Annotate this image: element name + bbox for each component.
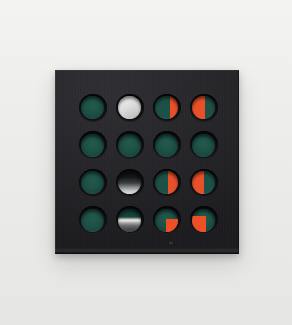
cell-r2c3[interactable]: [153, 131, 181, 159]
disc-wedge-br-r4c3: [155, 209, 178, 232]
disc-teal-r4c1: [81, 209, 104, 232]
signature-mark: [169, 242, 173, 244]
cell-r1c2[interactable]: [116, 94, 144, 122]
cell-r1c4[interactable]: [190, 94, 218, 122]
disc-silver-r1c2: [118, 96, 141, 119]
disc-teal-orange-r3c3: [155, 171, 178, 194]
cell-r1c3[interactable]: [153, 94, 181, 122]
disc-wedge-bl-r4c4: [192, 209, 215, 232]
cell-r4c3[interactable]: [153, 206, 181, 234]
cell-r2c1[interactable]: [79, 131, 107, 159]
cell-r4c1[interactable]: [79, 206, 107, 234]
cell-r3c1[interactable]: [79, 169, 107, 197]
disc-teal-r1c1: [81, 96, 104, 119]
disc-teal-r2c2: [118, 134, 141, 157]
disc-teal-r3c1: [81, 171, 104, 194]
disc-band-r4c2: [118, 209, 141, 232]
disc-teal-r2c3: [155, 134, 178, 157]
cell-r1c1[interactable]: [79, 94, 107, 122]
disc-teal-orange-r1c3: [155, 96, 178, 119]
cell-r2c2[interactable]: [116, 131, 144, 159]
disc-teal-r2c1: [81, 134, 104, 157]
cell-r3c4[interactable]: [190, 169, 218, 197]
disc-orange-teal-r3c4: [192, 171, 215, 194]
disc-teal-r2c4: [192, 134, 215, 157]
disc-orange-teal-r1c4: [192, 96, 215, 119]
gallery-wall: [0, 0, 292, 325]
disc-metal-r3c2: [118, 171, 141, 194]
cell-r2c4[interactable]: [190, 131, 218, 159]
cell-r4c2[interactable]: [116, 206, 144, 234]
cell-r3c3[interactable]: [153, 169, 181, 197]
cell-r4c4[interactable]: [190, 206, 218, 234]
game-board-panel: [55, 70, 239, 254]
cell-r3c2[interactable]: [116, 169, 144, 197]
